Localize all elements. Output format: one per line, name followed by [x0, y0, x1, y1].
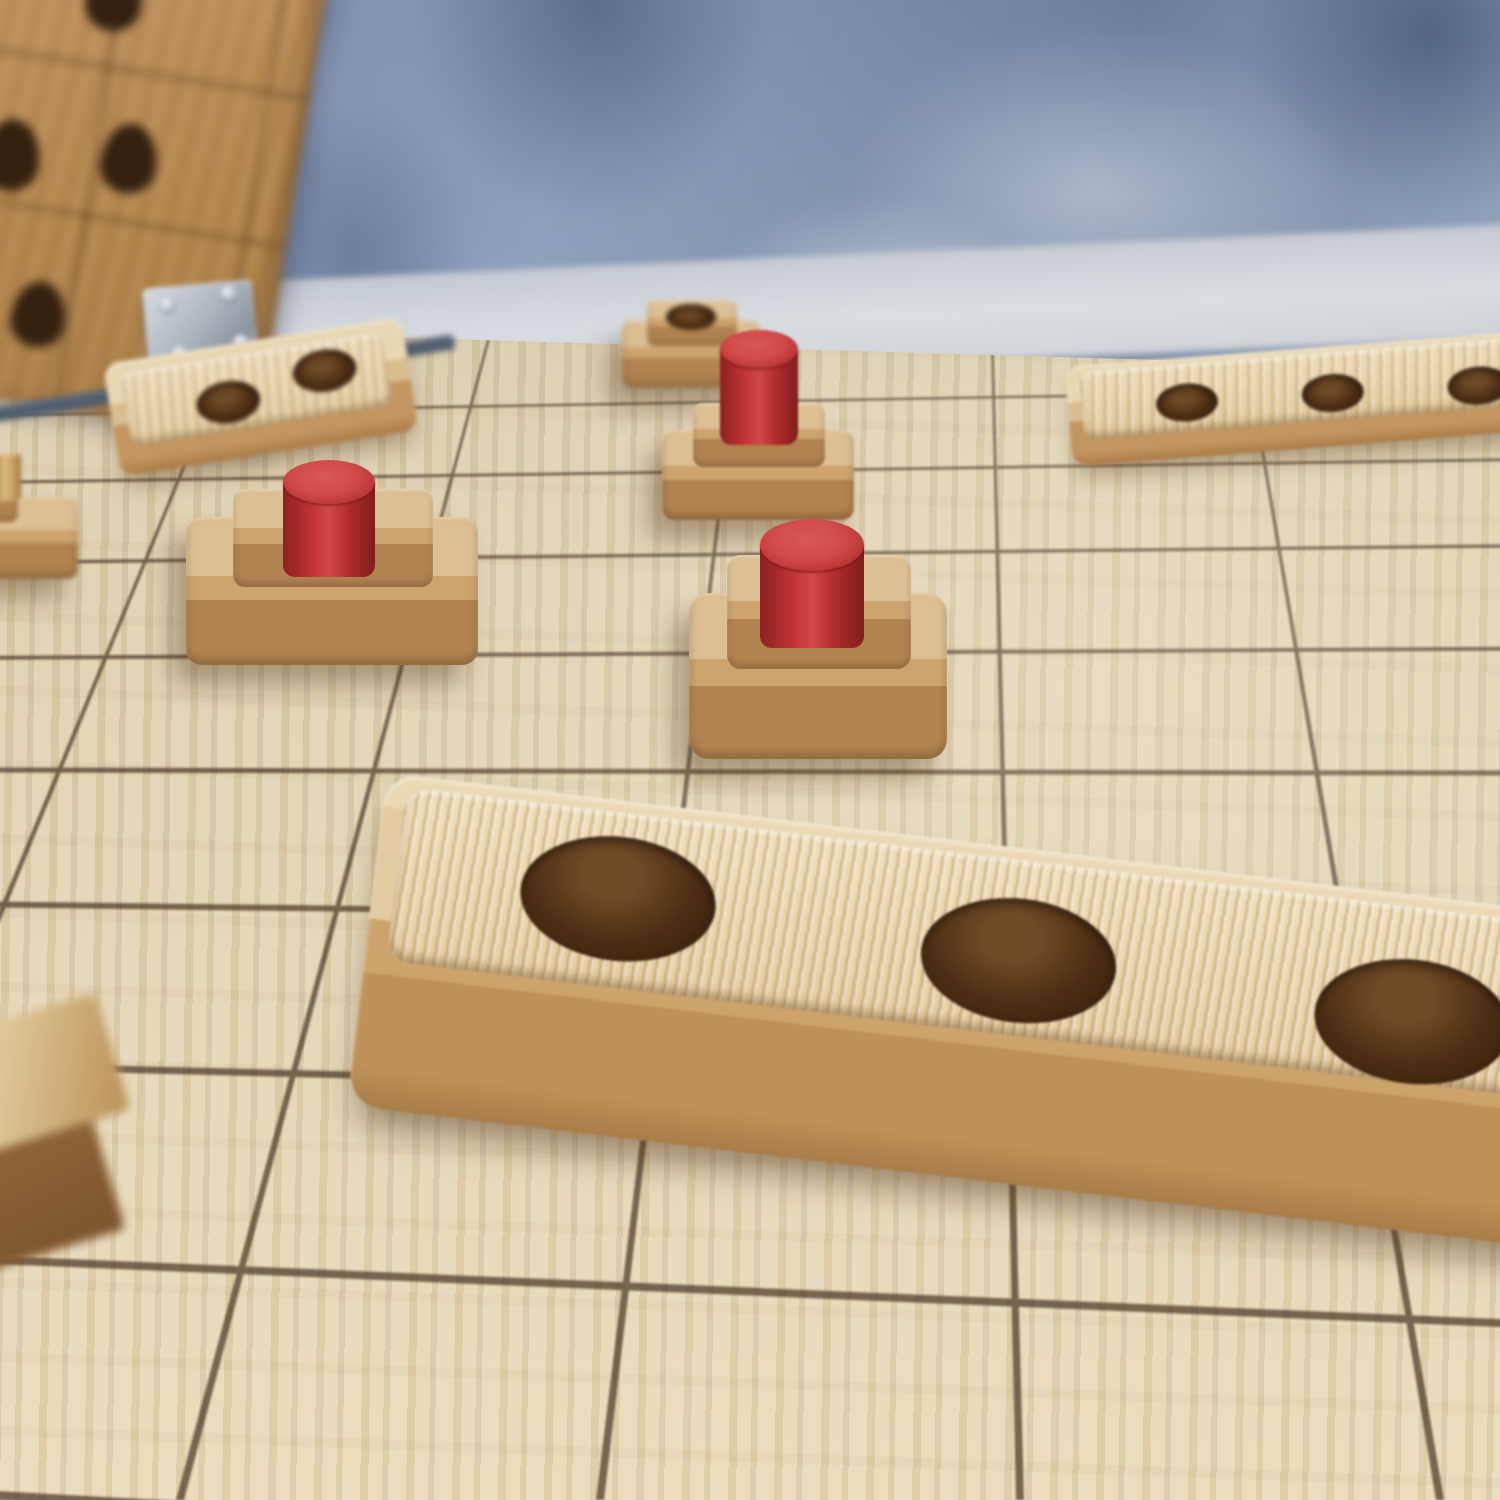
tower-red-front-peg-top [760, 519, 864, 571]
tower-red-left-peg-top [283, 460, 375, 504]
base-empty-back-peg-hole [666, 304, 716, 330]
tower-red-back-peg-top [720, 330, 798, 368]
photo-stage [0, 0, 1500, 1500]
